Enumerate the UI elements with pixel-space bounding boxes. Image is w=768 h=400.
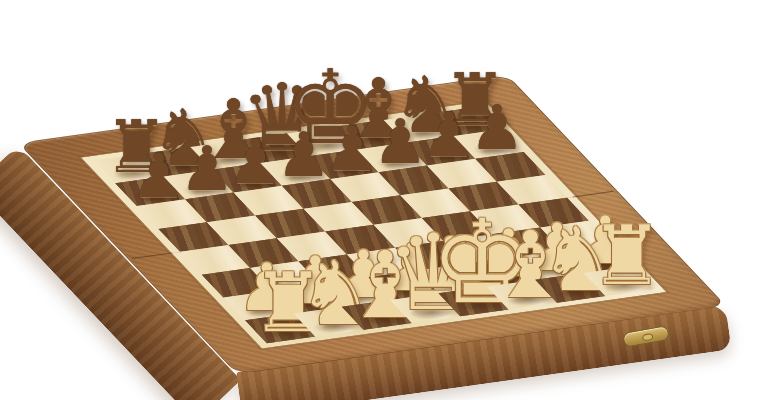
chess-set-photo: ♜♞♝♛♚♝♞♜♟♟♟♟♟♟♟♟♟♟♟♟♟♟♟♟♜♞♝♛♚♝♞♜ (0, 0, 768, 400)
fold-seam-left (131, 252, 172, 259)
brass-latch-icon (622, 325, 670, 348)
chess-board-grid: ♜♞♝♛♚♝♞♜♟♟♟♟♟♟♟♟♟♟♟♟♟♟♟♟♜♞♝♛♚♝♞♜ (94, 106, 654, 343)
fold-seam-right (572, 191, 613, 198)
